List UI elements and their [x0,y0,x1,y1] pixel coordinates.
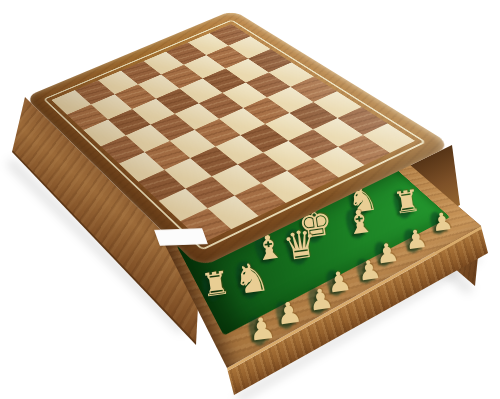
drawer-piece-bishop: ♝ [343,204,376,240]
drawer-piece-knight: ♞ [231,256,272,301]
drawer-piece-rook: ♜ [199,266,232,302]
white-sticker-label [154,228,208,245]
product-photo-chess-box: ♞♜♟♚♝♟♝♛♟♟♞♜♟♟♟♟ [0,0,500,399]
drawer-piece-pawn: ♟ [307,285,336,316]
drawer-piece-pawn: ♟ [356,256,383,285]
drawer-piece-pawn: ♟ [430,209,455,236]
drawer-piece-pawn: ♟ [247,312,278,345]
drawer-piece-pawn: ♟ [403,226,429,254]
drawer-piece-rook: ♜ [392,185,423,218]
drawer-piece-pawn: ♟ [274,297,304,329]
drawer-piece-queen: ♛ [281,224,320,266]
